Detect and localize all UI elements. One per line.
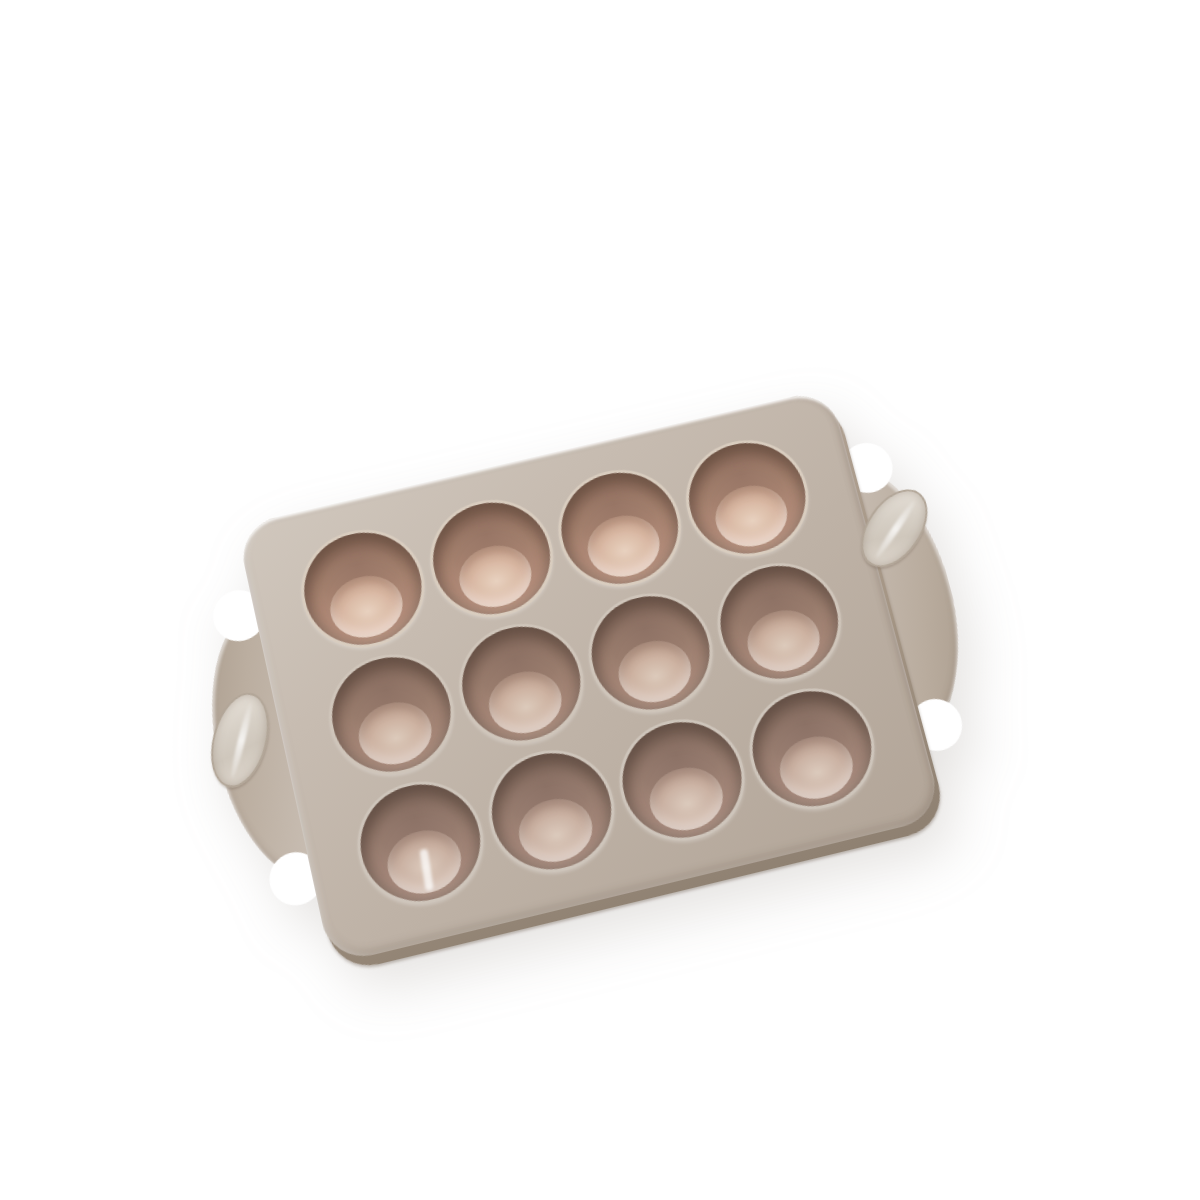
muffin-cup-r3c3 bbox=[610, 711, 753, 850]
cup-bottom bbox=[709, 479, 794, 553]
muffin-cup-r1c4 bbox=[677, 431, 817, 564]
cup-bottom bbox=[483, 664, 569, 741]
cup-bottom bbox=[353, 695, 438, 772]
cup-bottom bbox=[581, 509, 666, 584]
cup-bottom bbox=[741, 603, 827, 679]
muffin-pan bbox=[178, 375, 1003, 980]
muffin-cup-r3c1 bbox=[349, 773, 491, 914]
muffin-cup-r3c2 bbox=[480, 742, 623, 882]
muffin-cup-r2c2 bbox=[450, 615, 591, 752]
cup-bottom bbox=[512, 792, 598, 870]
muffin-cup-r2c3 bbox=[580, 585, 722, 722]
muffin-cup-r1c3 bbox=[549, 461, 689, 595]
cup-bottom bbox=[324, 569, 408, 644]
muffin-cup-r1c2 bbox=[422, 491, 562, 626]
cup-bottom bbox=[612, 633, 698, 709]
cup-bottom bbox=[643, 760, 730, 838]
muffin-cup-r3c4 bbox=[740, 680, 884, 819]
cup-grid bbox=[284, 422, 893, 924]
muffin-cup-r2c4 bbox=[708, 554, 850, 690]
pan-top-surface bbox=[236, 388, 944, 965]
muffin-cup-r2c1 bbox=[321, 646, 462, 784]
pan-pose bbox=[178, 375, 1003, 980]
badge-highlight bbox=[229, 702, 255, 779]
product-photo bbox=[0, 0, 1200, 1200]
cup-bottom bbox=[773, 729, 860, 806]
muffin-cup-r1c1 bbox=[293, 521, 432, 656]
cup-bottom bbox=[453, 539, 538, 614]
